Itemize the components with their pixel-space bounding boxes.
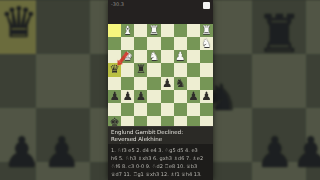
move-list-line[interactable]: ♕d7 11. ♖g1 ♕xh3 12. ♗f1 ♕h4 13. xyxy=(111,170,210,178)
piece-white-knight-a2[interactable]: ♞ xyxy=(200,37,213,50)
square-e6[interactable] xyxy=(147,90,160,103)
background-square xyxy=(0,54,36,108)
square-h7[interactable] xyxy=(108,103,121,116)
square-e1[interactable]: ♜ xyxy=(147,24,160,37)
move-list[interactable]: 1. ♘f3 e5 2. d4 e4 3. ♘g5 d5 4. e3 h6 5.… xyxy=(108,144,213,180)
square-f2[interactable] xyxy=(134,37,147,50)
background-square xyxy=(306,0,320,54)
square-g3[interactable]: ♚ xyxy=(121,50,134,63)
piece-black-pawn-d5[interactable]: ♟ xyxy=(161,77,174,90)
square-f5[interactable] xyxy=(134,77,147,90)
square-a2[interactable]: ♞ xyxy=(200,37,213,50)
background-square xyxy=(306,54,320,108)
piece-black-pawn-a6[interactable]: ♟ xyxy=(200,90,213,103)
opening-name-line1: Englund Gambit Declined: Reversed Alekhi… xyxy=(111,129,210,143)
background-black-pawn: ♟ xyxy=(3,132,41,174)
piece-white-rook-e1[interactable]: ♜ xyxy=(147,24,160,37)
square-f4[interactable]: ♜ xyxy=(134,63,147,76)
piece-black-pawn-f6[interactable]: ♟ xyxy=(134,90,147,103)
square-d2[interactable] xyxy=(161,37,174,50)
square-h4[interactable]: ♛ xyxy=(108,63,121,76)
square-d7[interactable] xyxy=(161,103,174,116)
evaluation-score-small: -30.3 xyxy=(111,1,124,7)
analysis-panel: -30.3 -30.326. ♔g2 ♖e8 27. ♖e2 ♗f6 28. ♗… xyxy=(108,0,213,180)
square-a6[interactable]: ♟ xyxy=(200,90,213,103)
background-black-pawn: ♟ xyxy=(43,132,81,174)
engine-line-row: -30.326. ♔g2 ♖e8 27. ♖e2 ♗f6 28. ♗e2 ♕e4… xyxy=(111,9,211,18)
background-black-pawn: ♟ xyxy=(292,132,320,174)
square-g1[interactable]: ♝ xyxy=(121,24,134,37)
square-d3[interactable] xyxy=(161,50,174,63)
square-c5[interactable]: ♞ xyxy=(174,77,187,90)
piece-black-knight-c5[interactable]: ♞ xyxy=(174,77,187,90)
chess-board[interactable]: ♝♜♜♞♚♞♟♛♜♟♞♟♟♟♟♟♚ xyxy=(108,24,213,129)
background-square xyxy=(36,0,90,54)
square-g5[interactable] xyxy=(121,77,134,90)
square-b1[interactable] xyxy=(187,24,200,37)
piece-black-pawn-b6[interactable]: ♟ xyxy=(187,90,200,103)
move-list-line[interactable]: 1. ♘f3 e5 2. d4 e4 3. ♘g5 d5 4. e3 xyxy=(111,146,210,154)
square-h1[interactable] xyxy=(108,24,121,37)
square-e3[interactable]: ♞ xyxy=(147,50,160,63)
square-c4[interactable] xyxy=(174,63,187,76)
square-b4[interactable] xyxy=(187,63,200,76)
square-h2[interactable] xyxy=(108,37,121,50)
video-frame: ♛♜♞♟♟♟♟ -30.3 -30.326. ♔g2 ♖e8 27. ♖e2 ♗… xyxy=(0,0,320,180)
square-c6[interactable] xyxy=(174,90,187,103)
square-c1[interactable] xyxy=(174,24,187,37)
square-c7[interactable] xyxy=(174,103,187,116)
piece-black-queen-h4[interactable]: ♛ xyxy=(108,63,121,76)
square-a4[interactable] xyxy=(200,63,213,76)
square-d6[interactable] xyxy=(161,90,174,103)
opening-name-panel: Englund Gambit Declined: Reversed Alekhi… xyxy=(108,126,213,144)
engine-topbar: -30.3 -30.326. ♔g2 ♖e8 27. ♖e2 ♗f6 28. ♗… xyxy=(108,0,213,24)
square-e7[interactable] xyxy=(147,103,160,116)
square-f1[interactable] xyxy=(134,24,147,37)
piece-white-king-g3[interactable]: ♚ xyxy=(121,50,134,63)
background-black-queen: ♛ xyxy=(0,2,38,44)
square-b2[interactable] xyxy=(187,37,200,50)
square-a7[interactable] xyxy=(200,103,213,116)
piece-black-pawn-h6[interactable]: ♟ xyxy=(108,90,121,103)
square-g4[interactable] xyxy=(121,63,134,76)
square-b3[interactable] xyxy=(187,50,200,63)
square-e4[interactable] xyxy=(147,63,160,76)
background-black-rook: ♜ xyxy=(256,8,303,60)
piece-white-bishop-g1[interactable]: ♝ xyxy=(121,24,134,37)
background-square xyxy=(36,54,90,108)
square-f7[interactable] xyxy=(134,103,147,116)
square-b6[interactable]: ♟ xyxy=(187,90,200,103)
square-d5[interactable]: ♟ xyxy=(161,77,174,90)
square-c3[interactable]: ♟ xyxy=(174,50,187,63)
square-b7[interactable] xyxy=(187,103,200,116)
square-g6[interactable]: ♟ xyxy=(121,90,134,103)
piece-white-knight-e3[interactable]: ♞ xyxy=(147,50,160,63)
square-a5[interactable] xyxy=(200,77,213,90)
square-f6[interactable]: ♟ xyxy=(134,90,147,103)
square-d1[interactable] xyxy=(161,24,174,37)
background-black-pawn: ♟ xyxy=(256,132,294,174)
piece-black-pawn-g6[interactable]: ♟ xyxy=(121,90,134,103)
piece-white-pawn-c3[interactable]: ♟ xyxy=(174,50,187,63)
move-list-line[interactable]: ♘f6 8. c3 0-0 9. ♘d2 ♖e8 10. ♕b3 xyxy=(111,162,210,170)
square-g7[interactable] xyxy=(121,103,134,116)
square-h5[interactable] xyxy=(108,77,121,90)
square-e5[interactable] xyxy=(147,77,160,90)
piece-black-rook-f4[interactable]: ♜ xyxy=(134,63,147,76)
square-b5[interactable] xyxy=(187,77,200,90)
square-h6[interactable]: ♟ xyxy=(108,90,121,103)
square-d4[interactable] xyxy=(161,63,174,76)
white-turn-icon[interactable] xyxy=(203,2,210,9)
square-a3[interactable] xyxy=(200,50,213,63)
move-list-line[interactable]: h6 5. ♘h3 ♗xh3 6. gxh3 ♗d6 7. ♗e2 xyxy=(111,154,210,162)
